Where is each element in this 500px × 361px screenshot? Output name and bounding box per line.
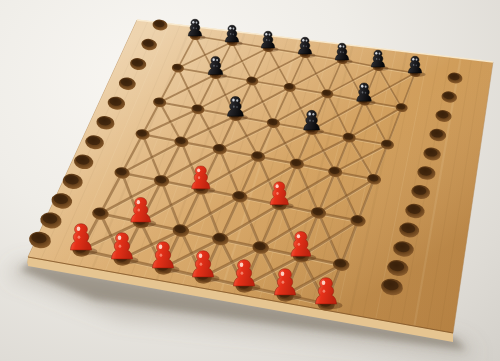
black-peg[interactable] [225, 25, 238, 42]
black-peg[interactable] [261, 31, 274, 48]
photo-stage [0, 0, 500, 361]
black-peg[interactable] [188, 19, 201, 36]
game-scene [0, 0, 500, 361]
